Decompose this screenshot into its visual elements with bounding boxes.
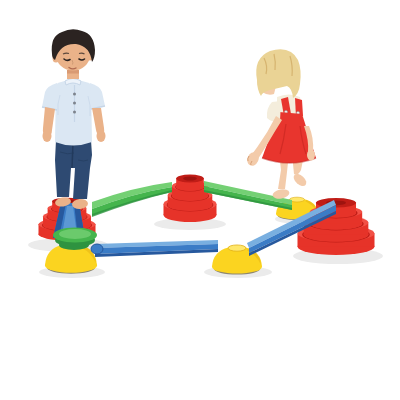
girl-hair	[256, 49, 300, 98]
red-stepping-cone-center	[164, 175, 217, 223]
green-balance-beam-left	[92, 182, 172, 217]
boy-jeans	[55, 140, 92, 199]
blue-balance-beam-front	[91, 240, 218, 257]
boy-head	[52, 29, 95, 70]
child-girl	[245, 49, 316, 200]
girl-head	[256, 49, 300, 98]
child-boy	[42, 29, 106, 209]
balance-course-scene	[0, 0, 400, 400]
product-photo: Two toddlers play barefoot on a colourfu…	[0, 0, 400, 400]
